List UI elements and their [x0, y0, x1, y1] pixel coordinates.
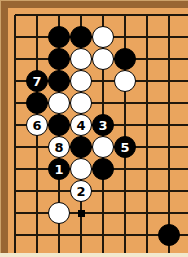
black-stone: [48, 26, 70, 48]
black-stone: [48, 70, 70, 92]
black-stone: [48, 114, 70, 136]
grid-line-vertical: [168, 15, 170, 253]
grid-line-vertical: [146, 15, 148, 253]
grid-line-horizontal: [15, 212, 188, 214]
white-stone: [48, 202, 70, 224]
white-stone: [70, 158, 92, 180]
white-stone-move-4: 4: [70, 114, 92, 136]
black-stone-move-3: 3: [92, 114, 114, 136]
black-stone: [70, 26, 92, 48]
black-stone: [70, 136, 92, 158]
grid-line-horizontal: [15, 190, 188, 192]
white-stone: [92, 136, 114, 158]
white-stone: [70, 70, 92, 92]
white-stone-move-8: 8: [48, 136, 70, 158]
white-stone: [70, 48, 92, 70]
white-stone: [48, 92, 70, 114]
white-stone: [92, 48, 114, 70]
black-stone-move-7: 7: [26, 70, 48, 92]
white-stone: [70, 92, 92, 114]
white-stone: [114, 70, 136, 92]
grid-line-vertical: [14, 15, 16, 253]
frame-highlight-top: [0, 0, 188, 1]
black-stone-move-5: 5: [114, 136, 136, 158]
go-board-diagram: 76438512: [0, 0, 188, 257]
frame-highlight-left: [0, 0, 1, 253]
black-stone: [92, 158, 114, 180]
black-stone: [26, 92, 48, 114]
black-stone: [158, 224, 180, 246]
white-stone: [92, 26, 114, 48]
black-stone-move-1: 1: [48, 158, 70, 180]
black-stone: [48, 48, 70, 70]
star-point-marker: [78, 210, 85, 217]
white-stone-move-6: 6: [26, 114, 48, 136]
grid-line-horizontal: [15, 14, 188, 16]
white-stone-move-2: 2: [70, 180, 92, 202]
black-stone: [114, 48, 136, 70]
